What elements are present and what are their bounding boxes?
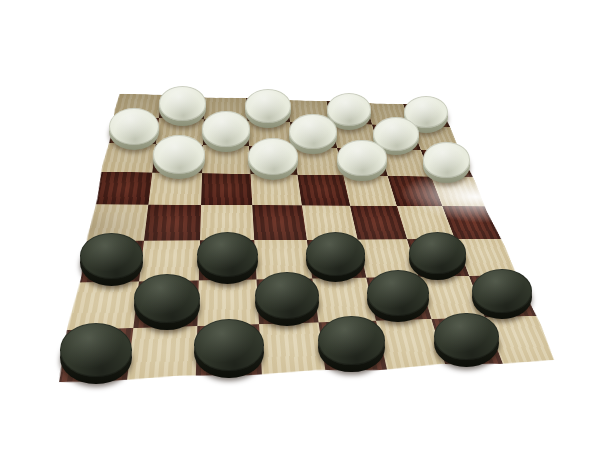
board-square-dark xyxy=(257,279,319,325)
board-square-dark xyxy=(55,328,133,385)
board-square-light xyxy=(312,278,376,323)
board-square-light xyxy=(67,281,139,330)
board-square-dark xyxy=(249,146,298,175)
board-square-dark xyxy=(203,119,249,146)
board-square-dark xyxy=(133,280,198,328)
board-square-light xyxy=(113,93,162,118)
board-square-light xyxy=(250,174,301,205)
board-square-light xyxy=(294,147,344,175)
board-square-light xyxy=(139,240,200,281)
board-square-light xyxy=(156,118,204,145)
board-square-dark xyxy=(144,205,201,241)
board-square-light xyxy=(412,126,462,151)
board-square-dark xyxy=(252,205,307,240)
board-square-dark xyxy=(94,172,152,205)
board-square-light xyxy=(302,205,358,239)
board-square-light xyxy=(204,96,248,120)
board-square-dark xyxy=(152,144,203,173)
board-square-dark xyxy=(403,104,450,127)
board-square-dark xyxy=(107,117,159,144)
board-square-light xyxy=(287,99,332,123)
board-square-dark xyxy=(201,173,252,205)
board-square-dark xyxy=(298,175,351,206)
board-square-dark xyxy=(77,241,144,283)
giant-checkers-photo xyxy=(0,0,600,450)
board-square-light xyxy=(148,173,202,205)
board-square-light xyxy=(247,121,293,147)
board-square-dark xyxy=(199,240,257,280)
board-square-light xyxy=(254,240,312,280)
board-square-dark xyxy=(246,98,290,122)
board-square-light xyxy=(197,279,259,326)
board-square-light xyxy=(86,204,148,241)
board-square-light xyxy=(101,143,156,173)
board-square-light xyxy=(127,326,198,382)
board-square-dark xyxy=(196,324,262,378)
board-square-light xyxy=(200,205,254,240)
board-square-dark xyxy=(290,122,337,148)
board-square-dark xyxy=(159,95,205,120)
board-square-light xyxy=(202,145,250,174)
board-square-light xyxy=(259,322,326,375)
board-square-dark xyxy=(307,240,366,279)
checkers-board xyxy=(55,93,558,385)
